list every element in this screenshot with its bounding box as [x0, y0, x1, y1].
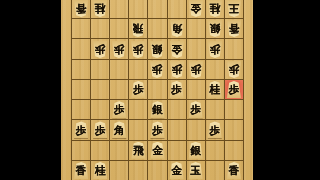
square-9i[interactable]: 香	[72, 161, 91, 180]
square-2g[interactable]: 歩	[206, 120, 225, 140]
piece-kanji: 飛	[133, 145, 144, 156]
square-9e[interactable]	[72, 80, 91, 100]
square-3b[interactable]	[187, 19, 206, 39]
square-4f[interactable]	[168, 100, 187, 120]
square-5i[interactable]	[148, 161, 167, 180]
piece-kanji: 王	[229, 3, 240, 14]
gote-piece-p-8c[interactable]: 歩	[92, 41, 108, 58]
square-6b[interactable]: 飛	[129, 19, 148, 39]
piece-kanji: 歩	[190, 64, 201, 75]
sente-piece-p-5g[interactable]: 歩	[149, 121, 165, 138]
piece-kanji: 歩	[210, 44, 221, 55]
piece-kanji: 飛	[133, 24, 144, 35]
sente-piece-l-1i[interactable]: 香	[226, 162, 242, 179]
square-7b[interactable]	[110, 19, 129, 39]
piece-kanji: 歩	[152, 125, 163, 136]
square-7c[interactable]: 歩	[110, 39, 129, 59]
square-4h[interactable]	[168, 141, 187, 161]
square-7e[interactable]	[110, 80, 129, 100]
square-8d[interactable]	[91, 60, 110, 80]
square-2c[interactable]: 歩	[206, 39, 225, 59]
piece-kanji: 歩	[76, 125, 87, 136]
piece-kanji: 桂	[95, 165, 106, 176]
gote-piece-n-8a[interactable]: 桂	[92, 0, 108, 17]
piece-kanji: 銀	[152, 104, 163, 115]
sente-piece-p-2g[interactable]: 歩	[207, 121, 223, 138]
sente-piece-g-4i[interactable]: 金	[169, 162, 185, 179]
gote-piece-p-4d[interactable]: 歩	[169, 61, 185, 78]
gote-piece-r-6b[interactable]: 飛	[130, 20, 146, 37]
square-9a[interactable]: 香	[72, 0, 91, 19]
piece-kanji: 香	[229, 165, 240, 176]
piece-kanji: 金	[171, 165, 182, 176]
square-2h[interactable]	[206, 141, 225, 161]
square-1a[interactable]: 王	[225, 0, 244, 19]
piece-kanji: 歩	[114, 44, 125, 55]
square-6i[interactable]	[129, 161, 148, 180]
square-1e[interactable]: 歩	[225, 80, 244, 100]
square-5h[interactable]: 金	[148, 141, 167, 161]
sente-piece-p-8g[interactable]: 歩	[92, 121, 108, 138]
square-8a[interactable]: 桂	[91, 0, 110, 19]
gote-piece-k-1a[interactable]: 王	[226, 0, 242, 17]
square-7g[interactable]: 角	[110, 120, 129, 140]
gote-piece-b-4b[interactable]: 角	[169, 20, 185, 37]
square-2b[interactable]: 銀	[206, 19, 225, 39]
square-8e[interactable]	[91, 80, 110, 100]
sente-piece-l-9i[interactable]: 香	[73, 162, 89, 179]
square-3d[interactable]: 歩	[187, 60, 206, 80]
square-4a[interactable]	[168, 0, 187, 19]
square-9b[interactable]	[72, 19, 91, 39]
piece-kanji: 歩	[229, 84, 240, 95]
piece-kanji: 歩	[114, 104, 125, 115]
square-9g[interactable]: 歩	[72, 120, 91, 140]
square-1h[interactable]	[225, 141, 244, 161]
square-3c[interactable]	[187, 39, 206, 59]
gote-piece-p-5d[interactable]: 歩	[149, 61, 165, 78]
square-4i[interactable]: 金	[168, 161, 187, 180]
piece-kanji: 角	[114, 125, 125, 136]
square-6e[interactable]: 歩	[129, 80, 148, 100]
piece-kanji: 玉	[190, 165, 201, 176]
square-8g[interactable]: 歩	[91, 120, 110, 140]
square-4e[interactable]: 歩	[168, 80, 187, 100]
square-2i[interactable]	[206, 161, 225, 180]
piece-kanji: 歩	[190, 104, 201, 115]
piece-kanji: 銀	[210, 24, 221, 35]
sente-piece-r-6h[interactable]: 飛	[130, 142, 146, 159]
gote-piece-p-6c[interactable]: 歩	[130, 41, 146, 58]
piece-kanji: 歩	[95, 44, 106, 55]
piece-kanji: 銀	[152, 44, 163, 55]
square-1i[interactable]: 香	[225, 161, 244, 180]
square-1f[interactable]	[225, 100, 244, 120]
sente-piece-s-5f[interactable]: 銀	[149, 101, 165, 118]
square-6a[interactable]	[129, 0, 148, 19]
square-7h[interactable]	[110, 141, 129, 161]
piece-kanji: 歩	[171, 84, 182, 95]
piece-kanji: 歩	[152, 64, 163, 75]
square-7i[interactable]	[110, 161, 129, 180]
piece-kanji: 角	[171, 24, 182, 35]
square-3h[interactable]: 銀	[187, 141, 206, 161]
square-5e[interactable]	[148, 80, 167, 100]
sente-piece-p-7f[interactable]: 歩	[111, 101, 127, 118]
square-2d[interactable]	[206, 60, 225, 80]
square-6f[interactable]	[129, 100, 148, 120]
square-2a[interactable]: 桂	[206, 0, 225, 19]
square-9h[interactable]	[72, 141, 91, 161]
sente-piece-g-5h[interactable]: 金	[149, 142, 165, 159]
square-5a[interactable]	[148, 0, 167, 19]
square-5b[interactable]	[148, 19, 167, 39]
sente-piece-p-4e[interactable]: 歩	[169, 81, 185, 98]
square-1d[interactable]: 歩	[225, 60, 244, 80]
square-2e[interactable]: 桂	[206, 80, 225, 100]
piece-kanji: 桂	[210, 84, 221, 95]
piece-kanji: 歩	[133, 84, 144, 95]
square-9d[interactable]	[72, 60, 91, 80]
shogi-board: 香桂金桂王飛角銀香歩歩歩銀金歩歩歩歩歩歩歩桂歩歩銀歩歩歩角歩歩飛金銀香桂金玉香	[61, 0, 253, 180]
sente-piece-p-9g[interactable]: 歩	[73, 121, 89, 138]
sente-piece-p-6e[interactable]: 歩	[130, 81, 146, 98]
sente-piece-n-2e[interactable]: 桂	[207, 81, 223, 98]
piece-kanji: 銀	[190, 145, 201, 156]
square-3e[interactable]	[187, 80, 206, 100]
square-4c[interactable]: 金	[168, 39, 187, 59]
square-8c[interactable]: 歩	[91, 39, 110, 59]
gote-piece-s-2b[interactable]: 銀	[207, 20, 223, 37]
square-4g[interactable]	[168, 120, 187, 140]
square-2f[interactable]	[206, 100, 225, 120]
gote-piece-n-2a[interactable]: 桂	[207, 0, 223, 17]
shogi-app-frame: 香桂金桂王飛角銀香歩歩歩銀金歩歩歩歩歩歩歩桂歩歩銀歩歩歩角歩歩飛金銀香桂金玉香	[0, 0, 320, 180]
square-6g[interactable]	[129, 120, 148, 140]
square-5c[interactable]: 銀	[148, 39, 167, 59]
square-6c[interactable]: 歩	[129, 39, 148, 59]
gote-piece-p-1d[interactable]: 歩	[226, 61, 242, 78]
sente-piece-b-7g[interactable]: 角	[111, 121, 127, 138]
piece-kanji: 歩	[95, 125, 106, 136]
gote-piece-l-9a[interactable]: 香	[73, 0, 89, 17]
gote-piece-p-3d[interactable]: 歩	[188, 61, 204, 78]
square-6d[interactable]	[129, 60, 148, 80]
gote-piece-g-4c[interactable]: 金	[169, 41, 185, 58]
square-9c[interactable]	[72, 39, 91, 59]
square-3g[interactable]	[187, 120, 206, 140]
square-5g[interactable]: 歩	[148, 120, 167, 140]
piece-kanji: 金	[190, 3, 201, 14]
gote-piece-l-1b[interactable]: 香	[226, 20, 242, 37]
square-8h[interactable]	[91, 141, 110, 161]
square-7a[interactable]	[110, 0, 129, 19]
sente-piece-p-1e[interactable]: 歩	[226, 81, 242, 98]
piece-kanji: 歩	[133, 44, 144, 55]
sente-piece-n-8i[interactable]: 桂	[92, 162, 108, 179]
square-8f[interactable]	[91, 100, 110, 120]
piece-kanji: 金	[152, 145, 163, 156]
piece-kanji: 歩	[229, 64, 240, 75]
piece-kanji: 香	[229, 24, 240, 35]
letterbox-right	[253, 0, 320, 180]
square-9f[interactable]	[72, 100, 91, 120]
square-8b[interactable]	[91, 19, 110, 39]
square-6h[interactable]: 飛	[129, 141, 148, 161]
square-5d[interactable]: 歩	[148, 60, 167, 80]
piece-kanji: 歩	[210, 125, 221, 136]
square-1g[interactable]	[225, 120, 244, 140]
gote-piece-g-3a[interactable]: 金	[188, 0, 204, 17]
square-7d[interactable]	[110, 60, 129, 80]
piece-kanji: 香	[76, 3, 87, 14]
square-3a[interactable]: 金	[187, 0, 206, 19]
gote-piece-s-5c[interactable]: 銀	[149, 41, 165, 58]
square-1c[interactable]	[225, 39, 244, 59]
square-3i[interactable]: 玉	[187, 161, 206, 180]
square-5f[interactable]: 銀	[148, 100, 167, 120]
piece-kanji: 歩	[171, 64, 182, 75]
gote-piece-p-2c[interactable]: 歩	[207, 41, 223, 58]
square-4b[interactable]: 角	[168, 19, 187, 39]
letterbox-left	[0, 0, 61, 180]
square-7f[interactable]: 歩	[110, 100, 129, 120]
piece-kanji: 香	[76, 165, 87, 176]
board-grid: 香桂金桂王飛角銀香歩歩歩銀金歩歩歩歩歩歩歩桂歩歩銀歩歩歩角歩歩飛金銀香桂金玉香	[71, 0, 244, 180]
gote-piece-p-7c[interactable]: 歩	[111, 41, 127, 58]
piece-kanji: 金	[171, 44, 182, 55]
sente-piece-p-3f[interactable]: 歩	[188, 101, 204, 118]
sente-piece-s-3h[interactable]: 銀	[188, 142, 204, 159]
sente-piece-k-3i[interactable]: 玉	[188, 162, 204, 179]
piece-kanji: 桂	[95, 3, 106, 14]
piece-kanji: 桂	[210, 3, 221, 14]
square-4d[interactable]: 歩	[168, 60, 187, 80]
square-3f[interactable]: 歩	[187, 100, 206, 120]
square-8i[interactable]: 桂	[91, 161, 110, 180]
square-1b[interactable]: 香	[225, 19, 244, 39]
